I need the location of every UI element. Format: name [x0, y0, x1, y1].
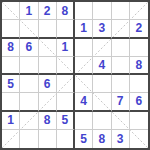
cell-r3c6[interactable]: [93, 39, 111, 57]
cell-r2c6[interactable]: 3: [93, 20, 111, 38]
cell-r6c7[interactable]: 7: [112, 93, 130, 111]
cell-r5c4[interactable]: [57, 75, 75, 93]
cell-r4c8[interactable]: 8: [130, 57, 148, 75]
cell-r8c2[interactable]: [20, 130, 38, 148]
cell-r5c7[interactable]: [112, 75, 130, 93]
cell-r6c8[interactable]: 6: [130, 93, 148, 111]
given-digit: 6: [136, 94, 143, 108]
cell-r2c2[interactable]: [20, 20, 38, 38]
cell-r2c7[interactable]: [112, 20, 130, 38]
cell-r1c1[interactable]: [2, 2, 20, 20]
cell-r4c3[interactable]: [39, 57, 57, 75]
given-digit: 1: [26, 4, 33, 18]
cell-r3c4[interactable]: 1: [57, 39, 75, 57]
cell-r1c5[interactable]: [75, 2, 93, 20]
cell-r1c8[interactable]: [130, 2, 148, 20]
cell-r7c6[interactable]: [93, 112, 111, 130]
given-digit: 3: [117, 132, 124, 146]
given-digit: 8: [62, 4, 69, 18]
cell-r6c2[interactable]: [20, 93, 38, 111]
cell-r3c7[interactable]: [112, 39, 130, 57]
cell-r8c7[interactable]: 3: [112, 130, 130, 148]
cell-r5c2[interactable]: [20, 75, 38, 93]
cell-r8c8[interactable]: [130, 130, 148, 148]
given-digit: 4: [80, 94, 87, 108]
given-digit: 2: [44, 4, 51, 18]
cell-r3c3[interactable]: [39, 39, 57, 57]
cell-r7c7[interactable]: [112, 112, 130, 130]
cell-r4c4[interactable]: [57, 57, 75, 75]
given-digit: 8: [7, 40, 14, 54]
cell-r4c5[interactable]: [75, 57, 93, 75]
cell-r1c2[interactable]: 1: [20, 2, 38, 20]
cell-r2c1[interactable]: [2, 20, 20, 38]
cell-r3c2[interactable]: 6: [20, 39, 38, 57]
given-digit: 5: [62, 113, 69, 127]
cell-r6c1[interactable]: [2, 93, 20, 111]
cell-r7c3[interactable]: 8: [39, 112, 57, 130]
given-digit: 8: [136, 58, 143, 72]
given-digit: 8: [99, 132, 106, 146]
cell-r2c5[interactable]: 1: [75, 20, 93, 38]
sudoku-grid: 1281328614856476185583: [2, 2, 148, 148]
given-digit: 5: [7, 77, 14, 91]
cell-r5c6[interactable]: [93, 75, 111, 93]
given-digit: 1: [62, 40, 69, 54]
given-digit: 7: [117, 94, 124, 108]
given-digit: 5: [80, 132, 87, 146]
cell-r5c1[interactable]: 5: [2, 75, 20, 93]
cell-r7c2[interactable]: [20, 112, 38, 130]
sudoku-board: 1281328614856476185583: [0, 0, 150, 150]
cell-r8c5[interactable]: 5: [75, 130, 93, 148]
cell-r7c4[interactable]: 5: [57, 112, 75, 130]
cell-r2c4[interactable]: [57, 20, 75, 38]
cell-r4c2[interactable]: [20, 57, 38, 75]
cell-r1c4[interactable]: 8: [57, 2, 75, 20]
given-digit: 1: [7, 113, 14, 127]
cell-r7c1[interactable]: 1: [2, 112, 20, 130]
cell-r2c8[interactable]: 2: [130, 20, 148, 38]
given-digit: 8: [44, 113, 51, 127]
cell-r8c3[interactable]: [39, 130, 57, 148]
cell-r4c6[interactable]: 4: [93, 57, 111, 75]
cell-r3c5[interactable]: [75, 39, 93, 57]
given-digit: 6: [44, 77, 51, 91]
cell-r4c1[interactable]: [2, 57, 20, 75]
given-digit: 3: [99, 21, 106, 35]
cell-r8c6[interactable]: 8: [93, 130, 111, 148]
cell-r8c1[interactable]: [2, 130, 20, 148]
cell-r7c5[interactable]: [75, 112, 93, 130]
given-digit: 4: [99, 58, 106, 72]
given-digit: 2: [136, 21, 143, 35]
cell-r6c3[interactable]: [39, 93, 57, 111]
cell-r5c3[interactable]: 6: [39, 75, 57, 93]
cell-r7c8[interactable]: [130, 112, 148, 130]
cell-r1c3[interactable]: 2: [39, 2, 57, 20]
cell-r5c8[interactable]: [130, 75, 148, 93]
given-digit: 1: [80, 21, 87, 35]
cell-r6c4[interactable]: [57, 93, 75, 111]
cell-r3c8[interactable]: [130, 39, 148, 57]
cell-r1c7[interactable]: [112, 2, 130, 20]
cell-r2c3[interactable]: [39, 20, 57, 38]
cell-r1c6[interactable]: [93, 2, 111, 20]
cell-r3c1[interactable]: 8: [2, 39, 20, 57]
cell-r5c5[interactable]: [75, 75, 93, 93]
cell-r6c6[interactable]: [93, 93, 111, 111]
cell-r6c5[interactable]: 4: [75, 93, 93, 111]
cell-r4c7[interactable]: [112, 57, 130, 75]
cell-r8c4[interactable]: [57, 130, 75, 148]
given-digit: 6: [26, 40, 33, 54]
